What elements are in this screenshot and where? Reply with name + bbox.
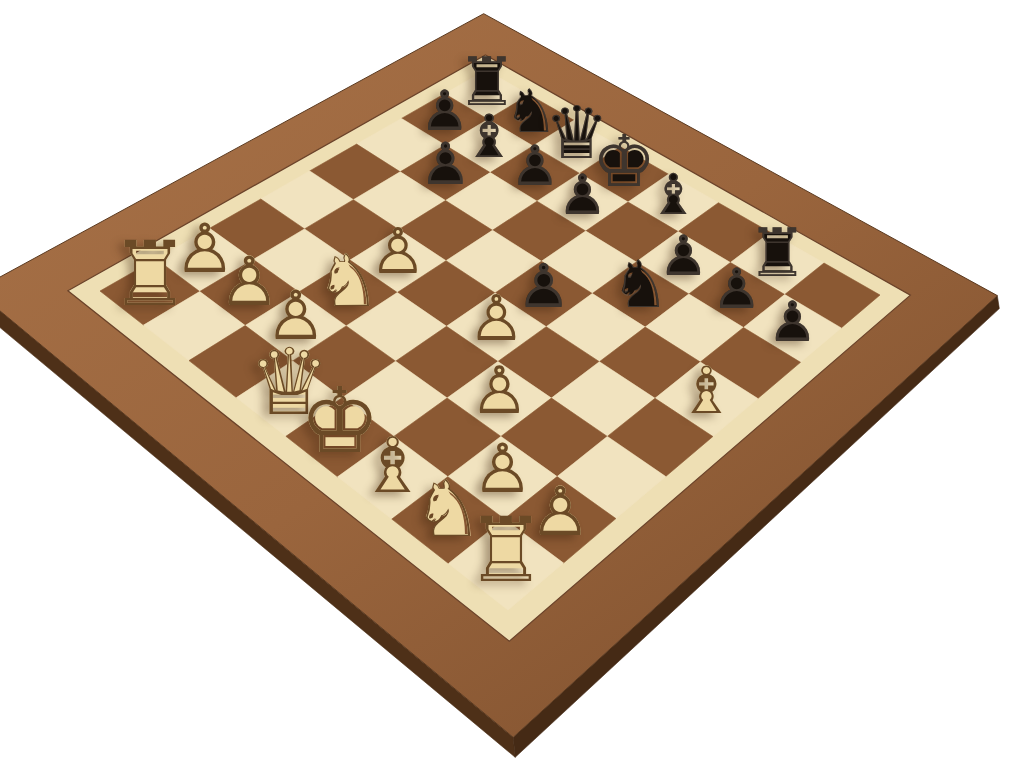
white-rook-glyph-outline: ♖ <box>457 506 555 595</box>
white-pawn-glyph-outline: ♙ <box>462 287 531 350</box>
piece-black-pawn-g7[interactable]: ♟♙ <box>706 261 767 317</box>
piece-black-knight-f6[interactable]: ♞♘ <box>605 252 677 317</box>
white-pawn-glyph-outline: ♙ <box>463 358 535 424</box>
black-bishop-glyph-outline: ♗ <box>642 167 704 224</box>
piece-black-bishop-e8[interactable]: ♝♗ <box>642 167 704 224</box>
piece-black-pawn-b6[interactable]: ♟♙ <box>413 135 477 193</box>
piece-black-pawn-h7[interactable]: ♟♙ <box>762 294 823 350</box>
piece-white-rook-h1[interactable]: ♜♖ <box>457 506 555 595</box>
piece-white-pawn-e4[interactable]: ♟♙ <box>462 287 531 350</box>
black-pawn-glyph-outline: ♙ <box>762 294 823 350</box>
piece-black-pawn-d7[interactable]: ♟♙ <box>552 167 613 223</box>
black-knight-glyph-outline: ♘ <box>605 252 677 317</box>
white-rook-glyph-outline: ♖ <box>101 230 199 319</box>
black-pawn-glyph-outline: ♙ <box>413 135 477 193</box>
piece-white-rook-a1[interactable]: ♜♖ <box>101 230 199 319</box>
piece-white-bishop-h5[interactable]: ♝♗ <box>671 358 743 423</box>
piece-white-pawn-f3[interactable]: ♟♙ <box>463 358 535 424</box>
chess-product-photo: ♜♖♛♕♚♔♝♗♞♘♜♖♟♙♟♙♟♙♟♙♟♙♞♘♟♙♟♙♟♙♝♗♜♖♞♘♛♕♚♔… <box>0 0 1024 768</box>
black-pawn-glyph-outline: ♙ <box>706 261 767 317</box>
black-pawn-glyph-outline: ♙ <box>552 167 613 223</box>
white-bishop-glyph-outline: ♗ <box>671 358 743 423</box>
